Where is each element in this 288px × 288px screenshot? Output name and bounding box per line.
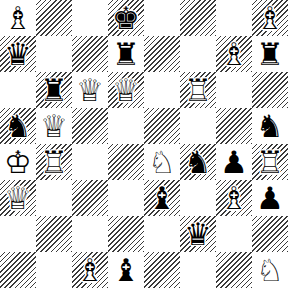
square-d4[interactable] (108, 144, 144, 180)
square-d5[interactable] (108, 108, 144, 144)
square-c7[interactable] (72, 36, 108, 72)
square-a7[interactable]: ♛ (0, 36, 36, 72)
square-h8[interactable]: ♝♗ (252, 0, 288, 36)
square-a3[interactable]: ♛♕ (0, 180, 36, 216)
black-pawn: ♟ (252, 180, 288, 216)
square-e5[interactable] (144, 108, 180, 144)
piece-fill: ♛ (108, 72, 144, 108)
piece-fill: ♝ (72, 252, 108, 288)
white-queen: ♕ (72, 72, 108, 108)
square-e7[interactable] (144, 36, 180, 72)
square-h3[interactable]: ♟ (252, 180, 288, 216)
square-b7[interactable] (36, 36, 72, 72)
square-e1[interactable] (144, 252, 180, 288)
square-g4[interactable]: ♟ (216, 144, 252, 180)
white-bishop: ♗ (0, 0, 36, 36)
piece-fill: ♜ (180, 72, 216, 108)
white-rook: ♖ (36, 144, 72, 180)
square-b5[interactable]: ♛♕ (36, 108, 72, 144)
square-c8[interactable] (72, 0, 108, 36)
square-c3[interactable] (72, 180, 108, 216)
black-bishop: ♝ (108, 252, 144, 288)
piece-fill: ♛ (0, 180, 36, 216)
piece-fill: ♞ (144, 144, 180, 180)
square-h2[interactable] (252, 216, 288, 252)
square-e3[interactable]: ♝ (144, 180, 180, 216)
black-bishop: ♝ (144, 180, 180, 216)
square-d2[interactable] (108, 216, 144, 252)
black-queen: ♛ (180, 216, 216, 252)
white-queen: ♕ (0, 180, 36, 216)
square-b1[interactable] (36, 252, 72, 288)
square-f6[interactable]: ♜♖ (180, 72, 216, 108)
square-d6[interactable]: ♛♕ (108, 72, 144, 108)
white-bishop: ♗ (72, 252, 108, 288)
black-knight: ♞ (0, 108, 36, 144)
white-queen: ♕ (36, 108, 72, 144)
white-queen: ♕ (108, 72, 144, 108)
square-c1[interactable]: ♝♗ (72, 252, 108, 288)
piece-fill: ♝ (216, 180, 252, 216)
black-knight: ♞ (252, 108, 288, 144)
square-b3[interactable] (36, 180, 72, 216)
white-bishop: ♗ (216, 180, 252, 216)
square-f5[interactable] (180, 108, 216, 144)
piece-fill: ♛ (36, 108, 72, 144)
square-c6[interactable]: ♛♕ (72, 72, 108, 108)
white-rook: ♖ (252, 144, 288, 180)
square-g2[interactable] (216, 216, 252, 252)
white-knight: ♘ (252, 252, 288, 288)
black-king: ♚ (108, 0, 144, 36)
square-b4[interactable]: ♜♖ (36, 144, 72, 180)
square-a8[interactable]: ♝♗ (0, 0, 36, 36)
black-pawn: ♟ (216, 144, 252, 180)
square-h6[interactable] (252, 72, 288, 108)
square-g8[interactable] (216, 0, 252, 36)
square-a6[interactable] (0, 72, 36, 108)
square-a5[interactable]: ♞ (0, 108, 36, 144)
square-g5[interactable] (216, 108, 252, 144)
square-g1[interactable] (216, 252, 252, 288)
square-f1[interactable] (180, 252, 216, 288)
black-rook: ♜ (36, 72, 72, 108)
square-h4[interactable]: ♜♖ (252, 144, 288, 180)
piece-fill: ♚ (0, 144, 36, 180)
square-e6[interactable] (144, 72, 180, 108)
white-knight: ♘ (144, 144, 180, 180)
square-g6[interactable] (216, 72, 252, 108)
square-d8[interactable]: ♚ (108, 0, 144, 36)
black-rook: ♜ (252, 36, 288, 72)
white-king: ♔ (0, 144, 36, 180)
square-h5[interactable]: ♞ (252, 108, 288, 144)
square-a1[interactable] (0, 252, 36, 288)
piece-fill: ♛ (72, 72, 108, 108)
square-c2[interactable] (72, 216, 108, 252)
square-e2[interactable] (144, 216, 180, 252)
square-a2[interactable] (0, 216, 36, 252)
black-rook: ♜ (108, 36, 144, 72)
square-h1[interactable]: ♞♘ (252, 252, 288, 288)
piece-fill: ♝ (252, 0, 288, 36)
piece-fill: ♞ (252, 252, 288, 288)
square-f3[interactable] (180, 180, 216, 216)
square-b6[interactable]: ♜ (36, 72, 72, 108)
piece-fill: ♝ (0, 0, 36, 36)
piece-fill: ♝ (216, 36, 252, 72)
white-bishop: ♗ (216, 36, 252, 72)
chess-board: ♝♗♚♝♗♛♜♝♗♜♜♛♕♛♕♜♖♞♛♕♞♚♔♜♖♞♘♞♟♜♖♛♕♝♝♗♟♛♝♗… (0, 0, 288, 288)
white-rook: ♖ (180, 72, 216, 108)
square-g7[interactable]: ♝♗ (216, 36, 252, 72)
piece-fill: ♜ (252, 144, 288, 180)
square-h7[interactable]: ♜ (252, 36, 288, 72)
square-d7[interactable]: ♜ (108, 36, 144, 72)
square-d1[interactable]: ♝ (108, 252, 144, 288)
square-f4[interactable]: ♞ (180, 144, 216, 180)
square-f8[interactable] (180, 0, 216, 36)
square-a4[interactable]: ♚♔ (0, 144, 36, 180)
square-e8[interactable] (144, 0, 180, 36)
black-queen: ♛ (0, 36, 36, 72)
square-f2[interactable]: ♛ (180, 216, 216, 252)
square-c4[interactable] (72, 144, 108, 180)
square-b2[interactable] (36, 216, 72, 252)
square-e4[interactable]: ♞♘ (144, 144, 180, 180)
white-bishop: ♗ (252, 0, 288, 36)
square-b8[interactable] (36, 0, 72, 36)
square-d3[interactable] (108, 180, 144, 216)
square-g3[interactable]: ♝♗ (216, 180, 252, 216)
piece-fill: ♜ (36, 144, 72, 180)
black-knight: ♞ (180, 144, 216, 180)
square-f7[interactable] (180, 36, 216, 72)
square-c5[interactable] (72, 108, 108, 144)
